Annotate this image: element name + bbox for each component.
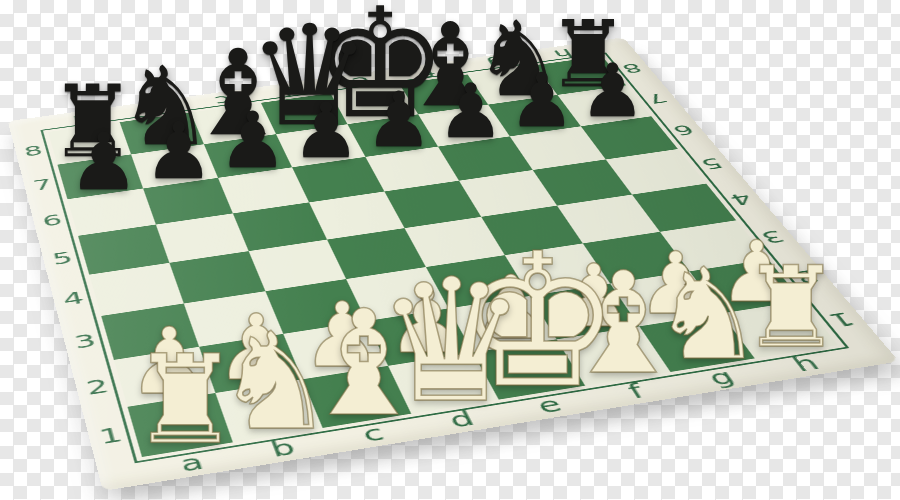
piece-black-pawn[interactable]: ♟ [509, 64, 576, 138]
scene: aa88bb77cc66dd55ee44ff33gg22hh11 ♜♞♝♛♚♝♞… [0, 0, 900, 500]
rank-label-left-2: 2 [84, 376, 111, 398]
rank-label-left-4: 4 [61, 289, 86, 308]
rank-label-left-5: 5 [51, 249, 75, 267]
piece-black-pawn[interactable]: ♟ [68, 122, 139, 201]
piece-black-pawn[interactable]: ♟ [579, 55, 645, 129]
rank-label-right-6: 6 [669, 122, 697, 137]
piece-black-pawn[interactable]: ♟ [437, 73, 504, 148]
rank-label-left-7: 7 [31, 176, 53, 192]
rank-label-right-5: 5 [697, 155, 726, 171]
piece-black-pawn[interactable]: ♟ [365, 83, 433, 159]
rank-label-left-3: 3 [72, 331, 98, 351]
piece-black-pawn[interactable]: ♟ [218, 102, 287, 180]
piece-white-rook[interactable]: ♜ [130, 339, 240, 461]
piece-black-pawn[interactable]: ♟ [144, 112, 214, 190]
rank-label-left-1: 1 [97, 424, 125, 447]
rank-label-left-8: 8 [22, 143, 44, 158]
rank-label-right-4: 4 [726, 190, 756, 207]
rank-label-left-6: 6 [41, 212, 64, 229]
piece-black-pawn[interactable]: ♟ [292, 93, 361, 170]
rank-label-right-7: 7 [643, 91, 670, 105]
